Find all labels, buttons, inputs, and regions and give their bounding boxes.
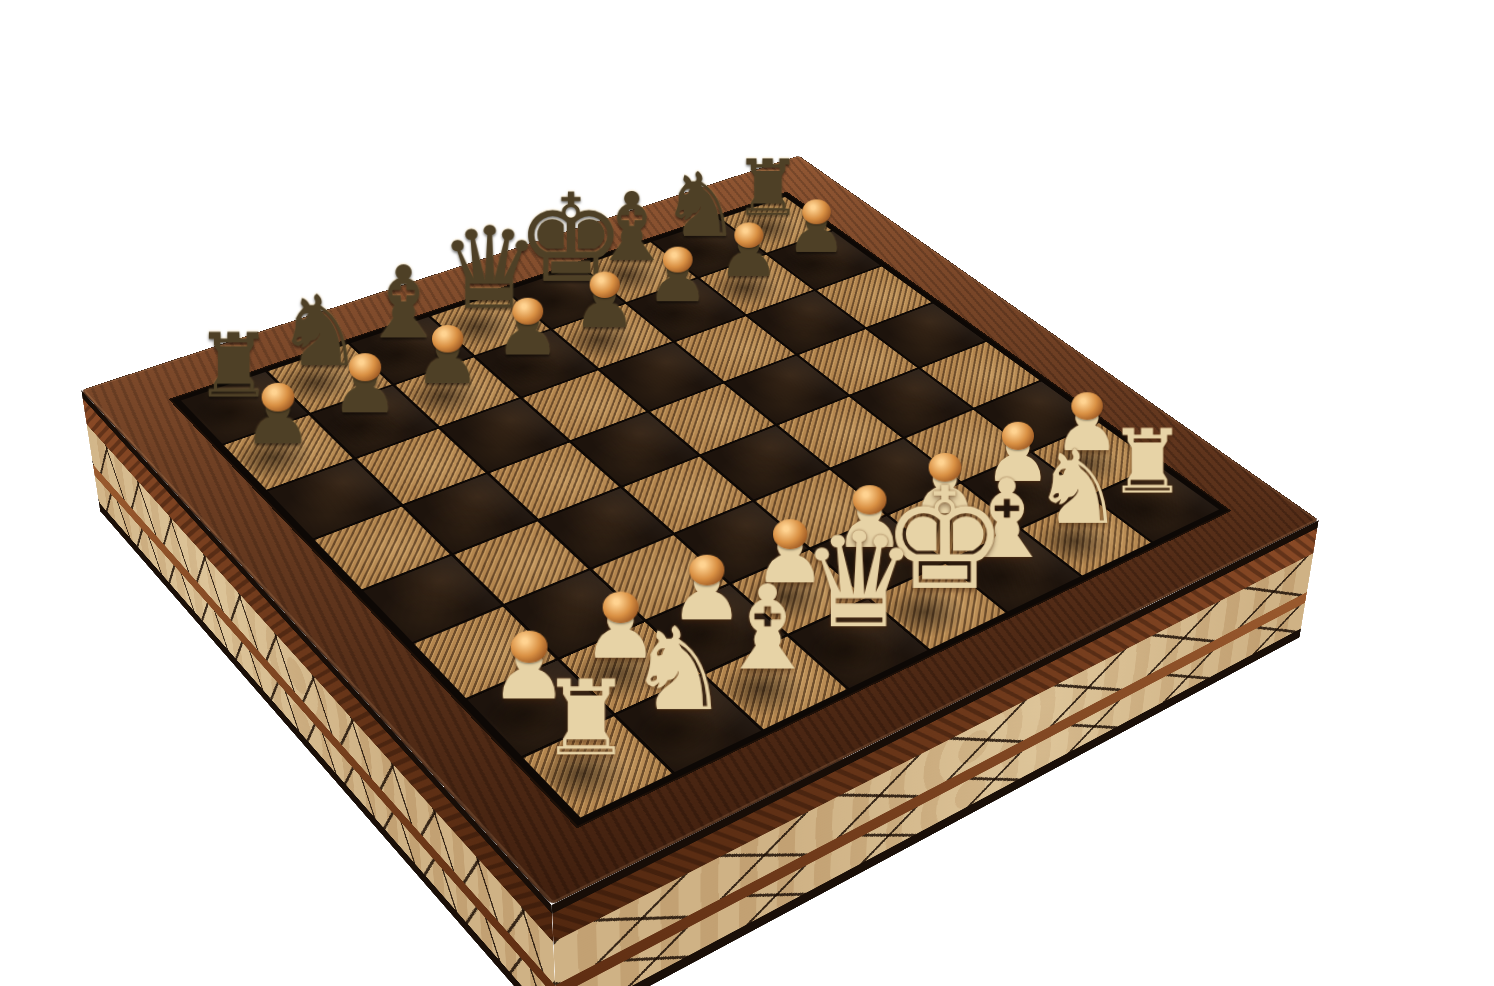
square-f3 xyxy=(832,439,958,513)
piece-shadow xyxy=(737,560,846,630)
square-a8: ♜ xyxy=(181,372,307,443)
copper-dome-cap xyxy=(1071,392,1102,419)
chess-box: ♜♟♟♜♞♟♟♞♝♟♟♝♚♟♟♚♛♟♟♛♝♟♟♝♞♟♟♞♜♟♟♜ xyxy=(81,156,1319,905)
chess-board: ♜♟♟♜♞♟♟♞♝♟♟♝♚♟♟♚♛♟♟♛♝♟♟♝♞♟♟♞♜♟♟♜ xyxy=(81,156,1319,905)
product-photo: ♜♟♟♜♞♟♟♞♝♟♟♝♚♟♟♚♛♟♟♛♝♟♟♝♞♟♟♞♜♟♟♜ xyxy=(0,0,1494,986)
chess-set-scene: ♜♟♟♜♞♟♟♞♝♟♟♝♚♟♟♚♛♟♟♛♝♟♟♝♞♟♟♞♜♟♟♜ xyxy=(0,0,1494,986)
piece-shadow xyxy=(817,526,924,593)
